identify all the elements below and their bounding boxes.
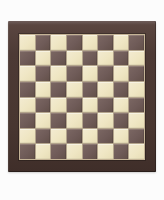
square-h1[interactable] bbox=[129, 144, 144, 159]
square-a2[interactable] bbox=[20, 129, 35, 144]
square-a5[interactable] bbox=[20, 82, 35, 97]
square-c2[interactable] bbox=[51, 129, 66, 144]
square-e3[interactable] bbox=[83, 113, 98, 128]
square-a4[interactable] bbox=[20, 98, 35, 113]
square-e8[interactable] bbox=[83, 35, 98, 50]
square-f1[interactable] bbox=[98, 144, 113, 159]
square-d4[interactable] bbox=[67, 98, 82, 113]
square-b8[interactable] bbox=[36, 35, 51, 50]
square-d1[interactable] bbox=[67, 144, 82, 159]
square-b2[interactable] bbox=[36, 129, 51, 144]
square-e2[interactable] bbox=[83, 129, 98, 144]
square-a7[interactable] bbox=[20, 51, 35, 66]
square-b4[interactable] bbox=[36, 98, 51, 113]
square-c3[interactable] bbox=[51, 113, 66, 128]
square-h6[interactable] bbox=[129, 66, 144, 81]
square-d6[interactable] bbox=[67, 66, 82, 81]
square-c6[interactable] bbox=[51, 66, 66, 81]
square-f4[interactable] bbox=[98, 98, 113, 113]
square-d7[interactable] bbox=[67, 51, 82, 66]
square-g7[interactable] bbox=[114, 51, 129, 66]
square-b5[interactable] bbox=[36, 82, 51, 97]
square-g5[interactable] bbox=[114, 82, 129, 97]
square-h7[interactable] bbox=[129, 51, 144, 66]
board-inlay-border bbox=[19, 34, 145, 160]
square-d2[interactable] bbox=[67, 129, 82, 144]
square-f2[interactable] bbox=[98, 129, 113, 144]
square-e6[interactable] bbox=[83, 66, 98, 81]
playing-area bbox=[20, 35, 144, 159]
square-h5[interactable] bbox=[129, 82, 144, 97]
square-f3[interactable] bbox=[98, 113, 113, 128]
square-g1[interactable] bbox=[114, 144, 129, 159]
square-b6[interactable] bbox=[36, 66, 51, 81]
square-f7[interactable] bbox=[98, 51, 113, 66]
square-g8[interactable] bbox=[114, 35, 129, 50]
square-h3[interactable] bbox=[129, 113, 144, 128]
square-h4[interactable] bbox=[129, 98, 144, 113]
square-d3[interactable] bbox=[67, 113, 82, 128]
square-d8[interactable] bbox=[67, 35, 82, 50]
square-a6[interactable] bbox=[20, 66, 35, 81]
square-e1[interactable] bbox=[83, 144, 98, 159]
square-f5[interactable] bbox=[98, 82, 113, 97]
square-g6[interactable] bbox=[114, 66, 129, 81]
square-h8[interactable] bbox=[129, 35, 144, 50]
square-b1[interactable] bbox=[36, 144, 51, 159]
square-h2[interactable] bbox=[129, 129, 144, 144]
square-c4[interactable] bbox=[51, 98, 66, 113]
square-g4[interactable] bbox=[114, 98, 129, 113]
square-e5[interactable] bbox=[83, 82, 98, 97]
square-c8[interactable] bbox=[51, 35, 66, 50]
square-g3[interactable] bbox=[114, 113, 129, 128]
square-f8[interactable] bbox=[98, 35, 113, 50]
square-g2[interactable] bbox=[114, 129, 129, 144]
chessboard bbox=[8, 21, 156, 172]
square-c7[interactable] bbox=[51, 51, 66, 66]
square-d5[interactable] bbox=[67, 82, 82, 97]
square-b3[interactable] bbox=[36, 113, 51, 128]
square-e4[interactable] bbox=[83, 98, 98, 113]
square-a3[interactable] bbox=[20, 113, 35, 128]
square-a1[interactable] bbox=[20, 144, 35, 159]
square-c5[interactable] bbox=[51, 82, 66, 97]
square-b7[interactable] bbox=[36, 51, 51, 66]
square-c1[interactable] bbox=[51, 144, 66, 159]
square-a8[interactable] bbox=[20, 35, 35, 50]
square-f6[interactable] bbox=[98, 66, 113, 81]
product-photo bbox=[0, 0, 164, 200]
square-e7[interactable] bbox=[83, 51, 98, 66]
